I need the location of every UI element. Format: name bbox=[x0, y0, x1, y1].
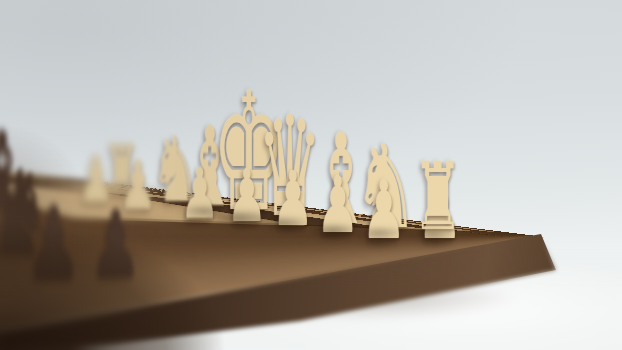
defocus-overlay-near bbox=[0, 238, 622, 350]
chess-photo-scene: ♜♟♞♟♝♟♚♟♛♟♝♟♞♟♟♜ ♝♞♟♟ bbox=[0, 0, 622, 350]
